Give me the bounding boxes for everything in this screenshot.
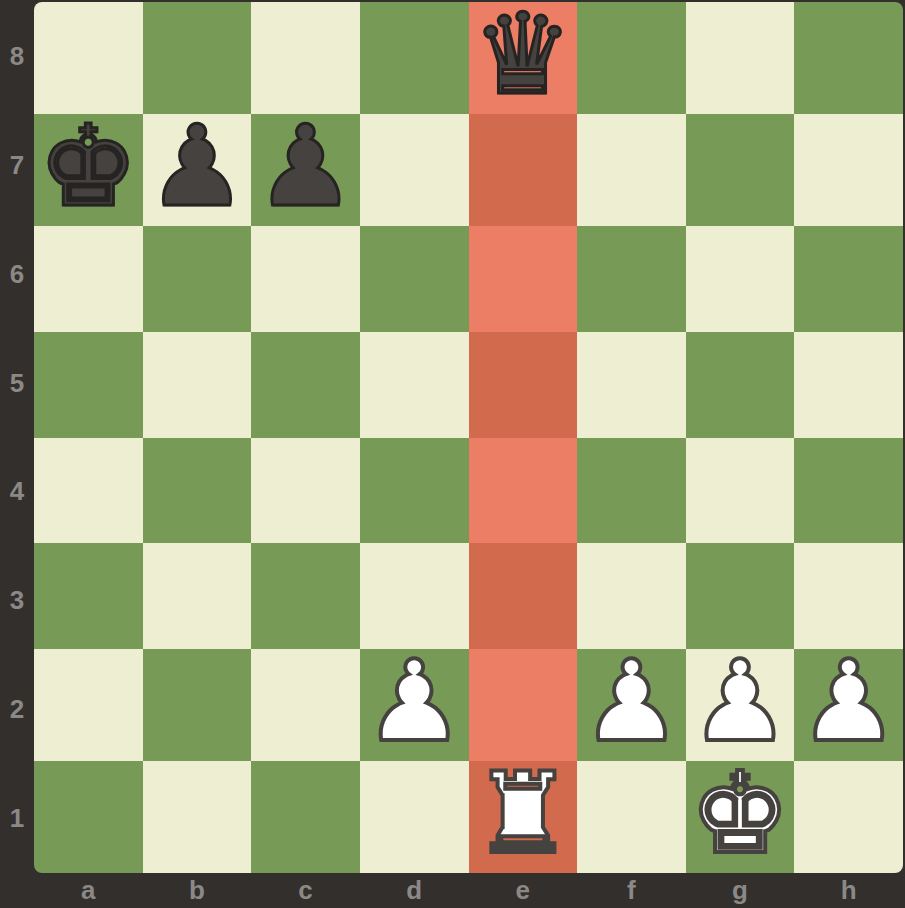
- square-e3[interactable]: [469, 543, 578, 649]
- square-g5[interactable]: [686, 332, 795, 438]
- white-pawn[interactable]: ♟: [690, 645, 790, 757]
- square-b8[interactable]: [143, 2, 252, 114]
- white-rook[interactable]: ♜: [473, 757, 573, 869]
- square-h2[interactable]: ♟: [794, 649, 903, 761]
- square-c1[interactable]: [251, 761, 360, 873]
- square-a3[interactable]: [34, 543, 143, 649]
- square-h1[interactable]: [794, 761, 903, 873]
- square-c3[interactable]: [251, 543, 360, 649]
- square-c8[interactable]: [251, 2, 360, 114]
- black-queen[interactable]: ♛: [473, 2, 573, 110]
- square-b7[interactable]: ♟: [143, 114, 252, 226]
- file-label-c: c: [251, 873, 360, 908]
- square-d2[interactable]: ♟: [360, 649, 469, 761]
- square-a7[interactable]: ♚: [34, 114, 143, 226]
- square-b5[interactable]: [143, 332, 252, 438]
- square-f7[interactable]: [577, 114, 686, 226]
- chess-board-frame: 87654321 ♛♚♟♟♟♟♟♟♜♚ abcdefgh: [0, 0, 905, 908]
- square-c2[interactable]: [251, 649, 360, 761]
- square-b6[interactable]: [143, 226, 252, 332]
- file-labels: abcdefgh: [34, 873, 903, 908]
- square-a4[interactable]: [34, 438, 143, 544]
- white-king[interactable]: ♚: [690, 757, 790, 869]
- square-f4[interactable]: [577, 438, 686, 544]
- square-b4[interactable]: [143, 438, 252, 544]
- rank-label-4: 4: [0, 438, 34, 547]
- square-g8[interactable]: [686, 2, 795, 114]
- square-a5[interactable]: [34, 332, 143, 438]
- square-c7[interactable]: ♟: [251, 114, 360, 226]
- file-label-g: g: [686, 873, 795, 908]
- square-f3[interactable]: [577, 543, 686, 649]
- square-h5[interactable]: [794, 332, 903, 438]
- black-king[interactable]: ♚: [38, 110, 138, 222]
- square-g4[interactable]: [686, 438, 795, 544]
- file-label-d: d: [360, 873, 469, 908]
- square-e8[interactable]: ♛: [469, 2, 578, 114]
- file-label-e: e: [469, 873, 578, 908]
- square-d4[interactable]: [360, 438, 469, 544]
- square-b3[interactable]: [143, 543, 252, 649]
- square-e6[interactable]: [469, 226, 578, 332]
- rank-label-6: 6: [0, 220, 34, 329]
- square-b2[interactable]: [143, 649, 252, 761]
- rank-label-1: 1: [0, 764, 34, 873]
- square-d8[interactable]: [360, 2, 469, 114]
- square-h6[interactable]: [794, 226, 903, 332]
- square-f8[interactable]: [577, 2, 686, 114]
- square-a6[interactable]: [34, 226, 143, 332]
- square-g6[interactable]: [686, 226, 795, 332]
- black-pawn[interactable]: ♟: [255, 110, 355, 222]
- square-a2[interactable]: [34, 649, 143, 761]
- square-d3[interactable]: [360, 543, 469, 649]
- black-pawn[interactable]: ♟: [147, 110, 247, 222]
- white-pawn[interactable]: ♟: [364, 645, 464, 757]
- square-h3[interactable]: [794, 543, 903, 649]
- square-c5[interactable]: [251, 332, 360, 438]
- file-label-a: a: [34, 873, 143, 908]
- square-c4[interactable]: [251, 438, 360, 544]
- square-d6[interactable]: [360, 226, 469, 332]
- file-label-h: h: [794, 873, 903, 908]
- rank-label-8: 8: [0, 2, 34, 111]
- square-e2[interactable]: [469, 649, 578, 761]
- rank-label-5: 5: [0, 329, 34, 438]
- white-pawn[interactable]: ♟: [798, 645, 898, 757]
- square-f1[interactable]: [577, 761, 686, 873]
- file-label-f: f: [577, 873, 686, 908]
- board[interactable]: ♛♚♟♟♟♟♟♟♜♚: [34, 2, 903, 873]
- rank-label-2: 2: [0, 655, 34, 764]
- rank-label-3: 3: [0, 546, 34, 655]
- square-h7[interactable]: [794, 114, 903, 226]
- square-f5[interactable]: [577, 332, 686, 438]
- square-g7[interactable]: [686, 114, 795, 226]
- file-label-b: b: [143, 873, 252, 908]
- square-b1[interactable]: [143, 761, 252, 873]
- square-g2[interactable]: ♟: [686, 649, 795, 761]
- square-f6[interactable]: [577, 226, 686, 332]
- square-h4[interactable]: [794, 438, 903, 544]
- square-e4[interactable]: [469, 438, 578, 544]
- white-pawn[interactable]: ♟: [581, 645, 681, 757]
- square-g3[interactable]: [686, 543, 795, 649]
- square-a1[interactable]: [34, 761, 143, 873]
- square-e5[interactable]: [469, 332, 578, 438]
- square-d1[interactable]: [360, 761, 469, 873]
- square-d5[interactable]: [360, 332, 469, 438]
- square-e1[interactable]: ♜: [469, 761, 578, 873]
- rank-labels: 87654321: [0, 2, 34, 873]
- square-e7[interactable]: [469, 114, 578, 226]
- square-a8[interactable]: [34, 2, 143, 114]
- square-d7[interactable]: [360, 114, 469, 226]
- rank-label-7: 7: [0, 111, 34, 220]
- square-c6[interactable]: [251, 226, 360, 332]
- square-f2[interactable]: ♟: [577, 649, 686, 761]
- square-g1[interactable]: ♚: [686, 761, 795, 873]
- square-h8[interactable]: [794, 2, 903, 114]
